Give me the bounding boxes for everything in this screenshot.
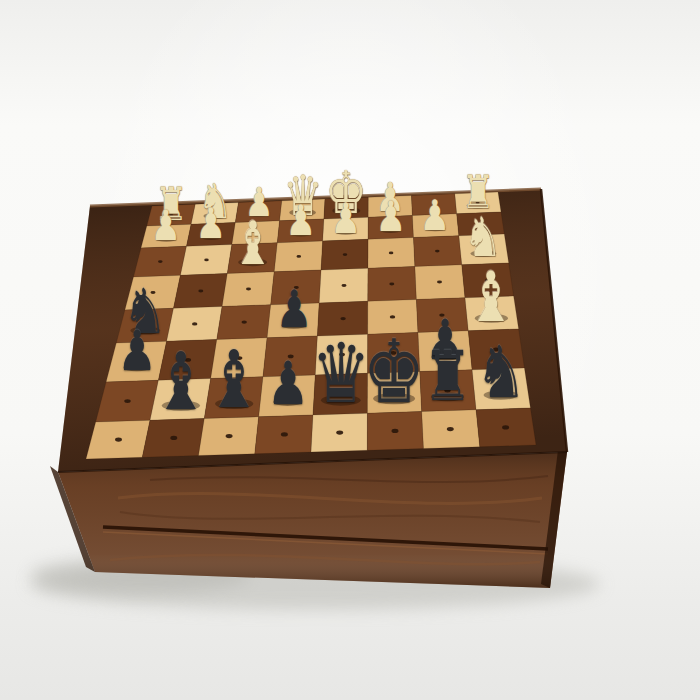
black-rook-g7[interactable]: ♜ <box>423 341 472 410</box>
peg-hole <box>390 315 395 318</box>
peg-hole <box>389 252 394 255</box>
peg-hole <box>124 399 130 403</box>
white-pawn-b2[interactable]: ♟ <box>196 204 226 246</box>
peg-hole <box>392 429 399 433</box>
peg-hole <box>158 260 163 263</box>
peg-hole <box>342 284 347 287</box>
black-king-f7[interactable]: ♚ <box>363 328 425 415</box>
peg-hole <box>437 281 442 284</box>
peg-hole <box>198 289 203 292</box>
peg-hole <box>246 288 251 291</box>
peg-hole <box>192 322 197 325</box>
peg-hole <box>226 434 233 438</box>
white-pawn-f2[interactable]: ♟ <box>375 197 405 239</box>
peg-hole <box>297 255 302 258</box>
white-pawn-g2[interactable]: ♟ <box>420 195 450 237</box>
peg-hole <box>447 427 454 431</box>
black-bishop-c7[interactable]: ♝ <box>206 340 263 419</box>
black-pawn-d7[interactable]: ♟ <box>266 354 309 414</box>
black-bishop-b7[interactable]: ♝ <box>152 341 209 420</box>
peg-hole <box>502 425 509 429</box>
peg-hole <box>241 320 246 323</box>
peg-hole <box>115 437 122 441</box>
peg-hole <box>204 259 209 262</box>
product-photo: ♜♞♟♛♚♟♜♟♟♟♟♟♟♝♞♞♟♝♟♟♝♝♟♛♚♜♞ <box>0 0 700 700</box>
white-bishop-h5[interactable]: ♝ <box>467 263 516 332</box>
peg-hole <box>336 430 343 434</box>
black-pawn-d5[interactable]: ♟ <box>275 284 312 336</box>
black-pawn-a6[interactable]: ♟ <box>117 323 157 378</box>
peg-hole <box>435 250 440 253</box>
white-bishop-c3[interactable]: ♝ <box>231 214 274 274</box>
black-knight-h7[interactable]: ♞ <box>475 337 527 409</box>
white-pawn-d2[interactable]: ♟ <box>286 200 316 242</box>
white-pawn-e2[interactable]: ♟ <box>331 198 361 240</box>
peg-hole <box>170 436 177 440</box>
peg-hole <box>343 253 348 256</box>
peg-hole <box>340 317 345 320</box>
peg-hole <box>389 282 394 285</box>
box-front-shading <box>58 452 567 588</box>
peg-hole <box>281 432 288 436</box>
black-queen-e7[interactable]: ♛ <box>311 334 370 416</box>
white-pawn-a2[interactable]: ♟ <box>151 205 181 247</box>
